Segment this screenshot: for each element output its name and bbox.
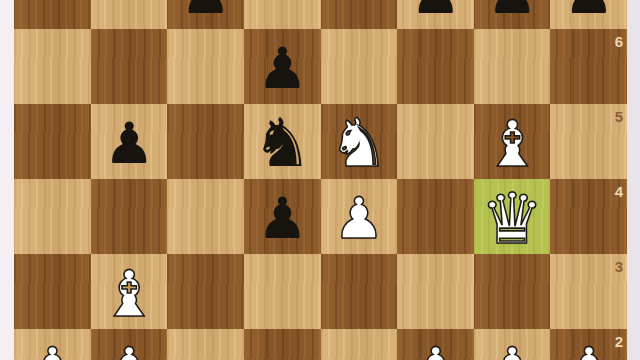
- white-pawn[interactable]: ♟: [563, 340, 614, 360]
- square-a2[interactable]: ♟: [14, 329, 91, 360]
- square-b2[interactable]: ♟: [91, 329, 168, 360]
- square-c6[interactable]: [167, 29, 244, 104]
- square-e6[interactable]: [321, 29, 398, 104]
- square-a6[interactable]: [14, 29, 91, 104]
- square-b4[interactable]: [91, 179, 168, 254]
- black-pawn[interactable]: ♟: [103, 115, 154, 172]
- square-d7[interactable]: [244, 0, 321, 29]
- left-margin-strip: [0, 0, 14, 360]
- white-knight[interactable]: ♞: [329, 110, 389, 177]
- square-d3[interactable]: [244, 254, 321, 329]
- square-b7[interactable]: [91, 0, 168, 29]
- square-h5[interactable]: 5: [550, 104, 627, 179]
- square-g2[interactable]: ♟: [474, 329, 551, 360]
- black-pawn[interactable]: ♟: [410, 0, 461, 22]
- black-pawn[interactable]: ♟: [487, 0, 538, 22]
- square-f6[interactable]: [397, 29, 474, 104]
- square-c2[interactable]: [167, 329, 244, 360]
- square-b6[interactable]: [91, 29, 168, 104]
- square-f4[interactable]: [397, 179, 474, 254]
- square-a5[interactable]: [14, 104, 91, 179]
- square-b3[interactable]: ♝: [91, 254, 168, 329]
- rank-label-5: 5: [615, 109, 623, 124]
- white-pawn[interactable]: ♟: [487, 340, 538, 360]
- square-e7[interactable]: [321, 0, 398, 29]
- square-d5[interactable]: ♞: [244, 104, 321, 179]
- white-bishop[interactable]: ♝: [483, 112, 540, 176]
- square-g3[interactable]: [474, 254, 551, 329]
- board-grid: ♟♟♟♟♟6♟♞♞♝5♟♟♛4♝3♟♟♟♟♟2: [14, 0, 627, 360]
- square-e3[interactable]: [321, 254, 398, 329]
- square-f3[interactable]: [397, 254, 474, 329]
- black-pawn[interactable]: ♟: [563, 0, 614, 22]
- rank-label-6: 6: [615, 34, 623, 49]
- rank-label-2: 2: [615, 334, 623, 349]
- white-bishop[interactable]: ♝: [100, 262, 157, 326]
- square-a7[interactable]: [14, 0, 91, 29]
- square-d4[interactable]: ♟: [244, 179, 321, 254]
- chess-board-screenshot: ♟♟♟♟♟6♟♞♞♝5♟♟♛4♝3♟♟♟♟♟2: [0, 0, 640, 360]
- square-g7[interactable]: ♟: [474, 0, 551, 29]
- square-g4[interactable]: ♛: [474, 179, 551, 254]
- white-pawn[interactable]: ♟: [27, 340, 78, 360]
- square-h6[interactable]: 6: [550, 29, 627, 104]
- square-g6[interactable]: [474, 29, 551, 104]
- square-g5[interactable]: ♝: [474, 104, 551, 179]
- rank-label-3: 3: [615, 259, 623, 274]
- black-pawn[interactable]: ♟: [257, 190, 308, 247]
- square-h3[interactable]: 3: [550, 254, 627, 329]
- square-c7[interactable]: ♟: [167, 0, 244, 29]
- white-pawn[interactable]: ♟: [410, 340, 461, 360]
- black-pawn[interactable]: ♟: [180, 0, 231, 22]
- right-margin-strip: [627, 0, 640, 360]
- white-pawn[interactable]: ♟: [333, 190, 384, 247]
- square-h7[interactable]: ♟: [550, 0, 627, 29]
- square-f2[interactable]: ♟: [397, 329, 474, 360]
- white-pawn[interactable]: ♟: [103, 340, 154, 360]
- black-pawn[interactable]: ♟: [257, 40, 308, 97]
- square-h2[interactable]: ♟2: [550, 329, 627, 360]
- square-h4[interactable]: 4: [550, 179, 627, 254]
- square-d2[interactable]: [244, 329, 321, 360]
- square-f5[interactable]: [397, 104, 474, 179]
- white-queen[interactable]: ♛: [481, 184, 544, 254]
- chess-board: ♟♟♟♟♟6♟♞♞♝5♟♟♛4♝3♟♟♟♟♟2: [14, 0, 627, 360]
- square-e4[interactable]: ♟: [321, 179, 398, 254]
- square-c4[interactable]: [167, 179, 244, 254]
- square-a4[interactable]: [14, 179, 91, 254]
- square-c3[interactable]: [167, 254, 244, 329]
- black-knight[interactable]: ♞: [252, 110, 312, 177]
- square-e5[interactable]: ♞: [321, 104, 398, 179]
- rank-label-4: 4: [615, 184, 623, 199]
- square-c5[interactable]: [167, 104, 244, 179]
- square-d6[interactable]: ♟: [244, 29, 321, 104]
- square-e2[interactable]: [321, 329, 398, 360]
- square-f7[interactable]: ♟: [397, 0, 474, 29]
- square-b5[interactable]: ♟: [91, 104, 168, 179]
- square-a3[interactable]: [14, 254, 91, 329]
